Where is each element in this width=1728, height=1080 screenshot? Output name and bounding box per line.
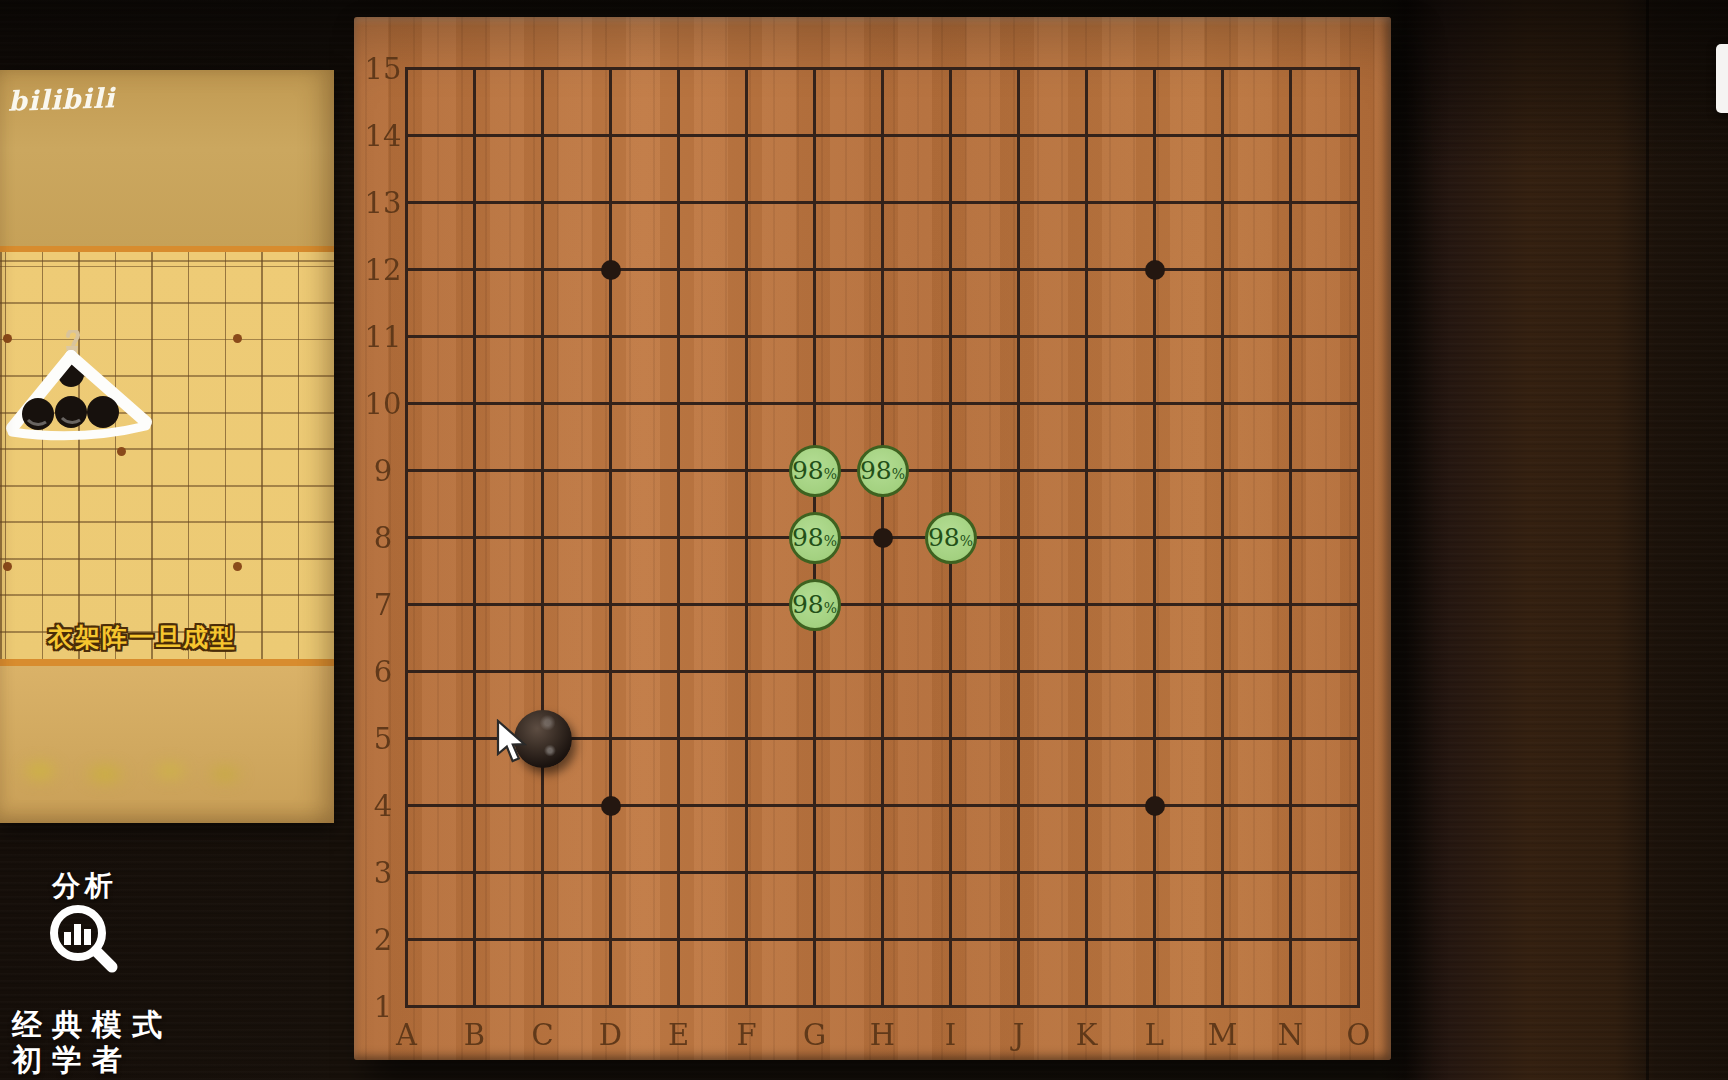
video-mini-goban xyxy=(0,246,334,666)
row-label: 2 xyxy=(361,925,405,955)
gomoku-board[interactable]: 98%98%98%98%98%ABCDEFGHIJKLMNO1514131211… xyxy=(354,17,1391,1060)
edge-panel-button[interactable] xyxy=(1716,44,1728,113)
row-label: 1 xyxy=(361,992,405,1022)
analysis-magnifier-chart-icon[interactable] xyxy=(46,902,122,982)
column-label: H xyxy=(863,1020,903,1050)
black-stone xyxy=(514,710,572,768)
table-plank-seam xyxy=(1646,0,1649,1080)
hanger-with-stones-illustration xyxy=(0,330,160,470)
row-label: 5 xyxy=(361,724,405,754)
mini-board-star-point xyxy=(233,334,242,343)
row-label: 14 xyxy=(361,121,405,151)
star-point xyxy=(601,260,621,280)
column-label: O xyxy=(1339,1020,1379,1050)
star-point xyxy=(1145,260,1165,280)
column-label: K xyxy=(1067,1020,1107,1050)
row-label: 3 xyxy=(361,858,405,888)
move-hint-stone[interactable]: 98% xyxy=(789,579,841,631)
row-label: 8 xyxy=(361,523,405,553)
row-label: 13 xyxy=(361,188,405,218)
analysis-label: 分析 xyxy=(52,867,118,905)
column-label: D xyxy=(591,1020,631,1050)
mode-subtitle: 初学者 xyxy=(12,1040,132,1080)
column-label: L xyxy=(1135,1020,1175,1050)
row-label: 10 xyxy=(361,389,405,419)
column-label: J xyxy=(999,1020,1039,1050)
star-point xyxy=(601,796,621,816)
row-label: 15 xyxy=(361,54,405,84)
row-label: 4 xyxy=(361,791,405,821)
move-hint-stone[interactable]: 98% xyxy=(789,512,841,564)
video-subtitle-caption: 衣架阵一旦成型 xyxy=(48,621,237,654)
video-overlay-panel[interactable]: bilibili 衣架阵一旦成型 xyxy=(0,70,334,823)
row-label: 12 xyxy=(361,255,405,285)
move-hint-stone[interactable]: 98% xyxy=(857,445,909,497)
bilibili-logo: bilibili xyxy=(7,82,115,117)
column-label: N xyxy=(1271,1020,1311,1050)
row-label: 7 xyxy=(361,590,405,620)
column-label: I xyxy=(931,1020,971,1050)
row-label: 9 xyxy=(361,456,405,486)
row-label: 6 xyxy=(361,657,405,687)
column-label: B xyxy=(455,1020,495,1050)
column-label: G xyxy=(795,1020,835,1050)
blurred-yellow-stones xyxy=(0,736,270,806)
column-label: F xyxy=(727,1020,767,1050)
mini-board-star-point xyxy=(3,562,12,571)
video-lower-blurred-strip xyxy=(0,666,334,823)
star-point xyxy=(873,528,893,548)
column-label: A xyxy=(387,1020,427,1050)
column-label: E xyxy=(659,1020,699,1050)
move-hint-stone[interactable]: 98% xyxy=(925,512,977,564)
row-label: 11 xyxy=(361,322,405,352)
column-label: C xyxy=(523,1020,563,1050)
mini-board-star-point xyxy=(233,562,242,571)
move-hint-stone[interactable]: 98% xyxy=(789,445,841,497)
star-point xyxy=(1145,796,1165,816)
column-label: M xyxy=(1203,1020,1243,1050)
